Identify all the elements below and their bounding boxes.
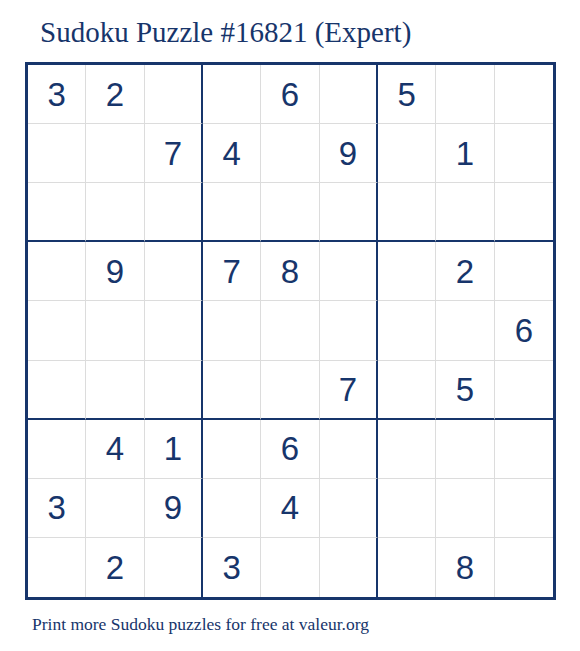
sudoku-cell-r7c3: 1 — [145, 420, 203, 479]
sudoku-cell-r8c5: 4 — [261, 479, 319, 538]
page: Sudoku Puzzle #16821 (Expert) 3265749197… — [0, 0, 580, 651]
sudoku-board: 326574919782675416394238 — [25, 62, 556, 600]
sudoku-cell-r6c5 — [261, 361, 319, 420]
sudoku-cell-r1c8 — [436, 65, 494, 124]
sudoku-cell-r7c1 — [28, 420, 86, 479]
sudoku-cell-r9c1 — [28, 538, 86, 597]
sudoku-cell-r8c4 — [203, 479, 261, 538]
sudoku-cell-r3c9 — [495, 183, 553, 242]
sudoku-cell-r4c5: 8 — [261, 242, 319, 301]
sudoku-cell-r3c4 — [203, 183, 261, 242]
sudoku-cell-r9c4: 3 — [203, 538, 261, 597]
sudoku-cell-r3c2 — [86, 183, 144, 242]
sudoku-cell-r7c6 — [320, 420, 378, 479]
sudoku-cell-r2c5 — [261, 124, 319, 183]
sudoku-cell-r3c6 — [320, 183, 378, 242]
sudoku-cell-r8c1: 3 — [28, 479, 86, 538]
sudoku-cell-r1c5: 6 — [261, 65, 319, 124]
sudoku-cell-r1c9 — [495, 65, 553, 124]
sudoku-cell-r2c8: 1 — [436, 124, 494, 183]
sudoku-cell-r8c6 — [320, 479, 378, 538]
sudoku-cell-r1c1: 3 — [28, 65, 86, 124]
sudoku-cell-r9c3 — [145, 538, 203, 597]
sudoku-cell-r6c8: 5 — [436, 361, 494, 420]
sudoku-cell-r3c5 — [261, 183, 319, 242]
sudoku-cell-r6c7 — [378, 361, 436, 420]
sudoku-cell-r9c7 — [378, 538, 436, 597]
footer-text: Print more Sudoku puzzles for free at va… — [32, 614, 369, 635]
sudoku-cell-r6c3 — [145, 361, 203, 420]
sudoku-cell-r1c7: 5 — [378, 65, 436, 124]
sudoku-cell-r6c1 — [28, 361, 86, 420]
sudoku-cell-r2c2 — [86, 124, 144, 183]
sudoku-cell-r6c9 — [495, 361, 553, 420]
sudoku-cell-r2c1 — [28, 124, 86, 183]
sudoku-cell-r9c8: 8 — [436, 538, 494, 597]
sudoku-cell-r7c7 — [378, 420, 436, 479]
sudoku-cell-r9c2: 2 — [86, 538, 144, 597]
sudoku-cell-r9c6 — [320, 538, 378, 597]
sudoku-cell-r2c4: 4 — [203, 124, 261, 183]
sudoku-cell-r3c7 — [378, 183, 436, 242]
sudoku-cell-r8c8 — [436, 479, 494, 538]
sudoku-cell-r8c9 — [495, 479, 553, 538]
sudoku-cell-r8c3: 9 — [145, 479, 203, 538]
sudoku-cell-r5c1 — [28, 301, 86, 360]
sudoku-cell-r4c4: 7 — [203, 242, 261, 301]
sudoku-cell-r6c4 — [203, 361, 261, 420]
sudoku-cell-r4c8: 2 — [436, 242, 494, 301]
sudoku-cell-r7c5: 6 — [261, 420, 319, 479]
sudoku-cell-r1c2: 2 — [86, 65, 144, 124]
sudoku-cell-r8c7 — [378, 479, 436, 538]
sudoku-cell-r5c2 — [86, 301, 144, 360]
sudoku-cell-r5c3 — [145, 301, 203, 360]
sudoku-cell-r5c5 — [261, 301, 319, 360]
sudoku-cell-r5c8 — [436, 301, 494, 360]
sudoku-cell-r9c9 — [495, 538, 553, 597]
sudoku-cell-r2c7 — [378, 124, 436, 183]
sudoku-cell-r3c1 — [28, 183, 86, 242]
sudoku-cell-r6c2 — [86, 361, 144, 420]
sudoku-cell-r5c7 — [378, 301, 436, 360]
sudoku-cell-r6c6: 7 — [320, 361, 378, 420]
sudoku-cell-r3c3 — [145, 183, 203, 242]
sudoku-cell-r4c1 — [28, 242, 86, 301]
sudoku-cell-r4c9 — [495, 242, 553, 301]
sudoku-cell-r5c9: 6 — [495, 301, 553, 360]
sudoku-cell-r5c4 — [203, 301, 261, 360]
sudoku-cell-r1c3 — [145, 65, 203, 124]
sudoku-cell-r1c6 — [320, 65, 378, 124]
sudoku-cell-r5c6 — [320, 301, 378, 360]
sudoku-cell-r9c5 — [261, 538, 319, 597]
sudoku-cell-r2c3: 7 — [145, 124, 203, 183]
sudoku-cell-r1c4 — [203, 65, 261, 124]
sudoku-cell-r7c9 — [495, 420, 553, 479]
sudoku-cell-r8c2 — [86, 479, 144, 538]
sudoku-cell-r2c9 — [495, 124, 553, 183]
sudoku-cell-r7c4 — [203, 420, 261, 479]
sudoku-cell-r7c2: 4 — [86, 420, 144, 479]
sudoku-cell-r4c7 — [378, 242, 436, 301]
sudoku-cell-r2c6: 9 — [320, 124, 378, 183]
sudoku-cell-r4c6 — [320, 242, 378, 301]
sudoku-cell-r4c3 — [145, 242, 203, 301]
sudoku-cell-r3c8 — [436, 183, 494, 242]
sudoku-cell-r7c8 — [436, 420, 494, 479]
sudoku-cell-r4c2: 9 — [86, 242, 144, 301]
page-title: Sudoku Puzzle #16821 (Expert) — [40, 16, 411, 49]
